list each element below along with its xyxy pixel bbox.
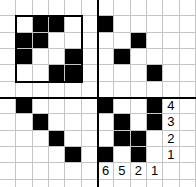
empty-cell-r8c1[interactable]	[16, 131, 32, 147]
empty-cell-r6c0[interactable]	[0, 98, 16, 114]
empty-cell-r8c4[interactable]	[65, 131, 81, 147]
empty-cell-r11c2[interactable]	[33, 180, 49, 187]
empty-cell-r7c11[interactable]	[180, 114, 196, 130]
empty-cell-r2c6[interactable]	[98, 33, 114, 49]
filled-cell-r9c6[interactable]	[98, 147, 114, 163]
empty-cell-r5c2[interactable]	[33, 82, 49, 98]
filled-cell-r1c3[interactable]	[49, 16, 65, 32]
empty-cell-r6c7[interactable]	[114, 98, 130, 114]
empty-cell-r9c2[interactable]	[33, 147, 49, 163]
empty-cell-r3c8[interactable]	[131, 49, 147, 65]
clue-digit-r7c10: 3	[163, 114, 179, 130]
empty-cell-r0c7[interactable]	[114, 0, 130, 16]
empty-cell-r10c11[interactable]	[180, 163, 196, 179]
empty-cell-r11c7[interactable]	[114, 180, 130, 187]
empty-cell-r11c11[interactable]	[180, 180, 196, 187]
empty-cell-r7c8[interactable]	[131, 114, 147, 130]
empty-cell-r3c10[interactable]	[163, 49, 179, 65]
empty-cell-r0c9[interactable]	[147, 0, 163, 16]
empty-cell-r0c11[interactable]	[180, 0, 196, 16]
empty-cell-r0c6[interactable]	[98, 0, 114, 16]
empty-cell-r0c5[interactable]	[82, 0, 98, 16]
filled-cell-r3c7[interactable]	[114, 49, 130, 65]
empty-cell-r8c0[interactable]	[0, 131, 16, 147]
empty-cell-r0c10[interactable]	[163, 0, 179, 16]
empty-cell-r10c5[interactable]	[82, 163, 98, 179]
empty-cell-r0c1[interactable]	[16, 0, 32, 16]
empty-cell-r7c0[interactable]	[0, 114, 16, 130]
board: 43216521	[0, 0, 196, 187]
empty-cell-r0c2[interactable]	[33, 0, 49, 16]
empty-cell-r4c10[interactable]	[163, 65, 179, 81]
empty-cell-r11c5[interactable]	[82, 180, 98, 187]
empty-cell-r2c5[interactable]	[82, 33, 98, 49]
empty-cell-r2c10[interactable]	[163, 33, 179, 49]
clue-digit-r9c10: 1	[163, 147, 179, 163]
filled-cell-r2c8[interactable]	[131, 33, 147, 49]
empty-cell-r3c6[interactable]	[98, 49, 114, 65]
empty-cell-r4c7[interactable]	[114, 65, 130, 81]
empty-cell-r6c11[interactable]	[180, 98, 196, 114]
empty-cell-r5c5[interactable]	[82, 82, 98, 98]
empty-cell-r5c0[interactable]	[0, 82, 16, 98]
empty-cell-r5c8[interactable]	[131, 82, 147, 98]
empty-cell-r10c2[interactable]	[33, 163, 49, 179]
clue-digit-r10c8: 2	[131, 163, 147, 179]
empty-cell-r2c0[interactable]	[0, 33, 16, 49]
filled-cell-r1c6[interactable]	[98, 16, 114, 32]
filled-cell-r8c8[interactable]	[131, 131, 147, 147]
empty-cell-r5c11[interactable]	[180, 82, 196, 98]
clue-digit-r10c9: 1	[147, 163, 163, 179]
clue-digit-r6c10: 4	[163, 98, 179, 114]
empty-cell-r10c10[interactable]	[163, 163, 179, 179]
empty-cell-r4c6[interactable]	[98, 65, 114, 81]
empty-cell-r8c9[interactable]	[147, 131, 163, 147]
empty-cell-r1c9[interactable]	[147, 16, 163, 32]
empty-cell-r9c3[interactable]	[49, 147, 65, 163]
empty-cell-r5c10[interactable]	[163, 82, 179, 98]
puzzle-stage: 43216521	[0, 0, 196, 187]
empty-cell-r2c3[interactable]	[49, 33, 65, 49]
empty-cell-r3c0[interactable]	[0, 49, 16, 65]
empty-cell-r4c8[interactable]	[131, 65, 147, 81]
empty-cell-r11c1[interactable]	[16, 180, 32, 187]
empty-cell-r2c4[interactable]	[65, 33, 81, 49]
empty-cell-r6c3[interactable]	[49, 98, 65, 114]
filled-cell-r9c4[interactable]	[65, 147, 81, 163]
filled-cell-r2c1[interactable]	[16, 33, 32, 49]
empty-cell-r9c7[interactable]	[114, 147, 130, 163]
empty-cell-r9c5[interactable]	[82, 147, 98, 163]
empty-cell-r6c4[interactable]	[65, 98, 81, 114]
empty-cell-r3c2[interactable]	[33, 49, 49, 65]
empty-cell-r1c8[interactable]	[131, 16, 147, 32]
empty-cell-r11c6[interactable]	[98, 180, 114, 187]
empty-cell-r3c9[interactable]	[147, 49, 163, 65]
clue-digit-r10c6: 6	[98, 163, 114, 179]
empty-cell-r5c1[interactable]	[16, 82, 32, 98]
empty-cell-r7c1[interactable]	[16, 114, 32, 130]
empty-cell-r5c7[interactable]	[114, 82, 130, 98]
empty-cell-r5c6[interactable]	[98, 82, 114, 98]
empty-cell-r5c4[interactable]	[65, 82, 81, 98]
filled-cell-r4c3[interactable]	[49, 65, 65, 81]
empty-cell-r11c3[interactable]	[49, 180, 65, 187]
empty-cell-r11c8[interactable]	[131, 180, 147, 187]
filled-cell-r9c8[interactable]	[131, 147, 147, 163]
filled-cell-r6c6[interactable]	[98, 98, 114, 114]
empty-cell-r0c4[interactable]	[65, 0, 81, 16]
clue-digit-r10c7: 5	[114, 163, 130, 179]
empty-cell-r4c0[interactable]	[0, 65, 16, 81]
empty-cell-r3c11[interactable]	[180, 49, 196, 65]
empty-cell-r10c4[interactable]	[65, 163, 81, 179]
empty-cell-r0c8[interactable]	[131, 0, 147, 16]
empty-cell-r7c3[interactable]	[49, 114, 65, 130]
filled-cell-r3c4[interactable]	[65, 49, 81, 65]
empty-cell-r11c10[interactable]	[163, 180, 179, 187]
empty-cell-r11c4[interactable]	[65, 180, 81, 187]
empty-cell-r1c0[interactable]	[0, 16, 16, 32]
empty-cell-r4c1[interactable]	[16, 65, 32, 81]
empty-cell-r1c1[interactable]	[16, 16, 32, 32]
empty-cell-r5c3[interactable]	[49, 82, 65, 98]
empty-cell-r9c0[interactable]	[0, 147, 16, 163]
empty-cell-r10c0[interactable]	[0, 163, 16, 179]
empty-cell-r10c3[interactable]	[49, 163, 65, 179]
empty-cell-r4c11[interactable]	[180, 65, 196, 81]
empty-cell-r1c5[interactable]	[82, 16, 98, 32]
filled-cell-r3c1[interactable]	[16, 49, 32, 65]
empty-cell-r2c7[interactable]	[114, 33, 130, 49]
empty-cell-r6c5[interactable]	[82, 98, 98, 114]
empty-cell-r4c5[interactable]	[82, 65, 98, 81]
empty-cell-r9c1[interactable]	[16, 147, 32, 163]
clue-digit-r8c10: 2	[163, 131, 179, 147]
filled-cell-r4c4[interactable]	[65, 65, 81, 81]
empty-cell-r3c5[interactable]	[82, 49, 98, 65]
empty-cell-r9c11[interactable]	[180, 147, 196, 163]
filled-cell-r7c7[interactable]	[114, 114, 130, 130]
filled-cell-r4c9[interactable]	[147, 65, 163, 81]
empty-cell-r9c9[interactable]	[147, 147, 163, 163]
empty-cell-r7c4[interactable]	[65, 114, 81, 130]
empty-cell-r2c9[interactable]	[147, 33, 163, 49]
filled-cell-r7c9[interactable]	[147, 114, 163, 130]
empty-cell-r7c5[interactable]	[82, 114, 98, 130]
filled-cell-r8c7[interactable]	[114, 131, 130, 147]
empty-cell-r0c3[interactable]	[49, 0, 65, 16]
empty-cell-r4c2[interactable]	[33, 65, 49, 81]
filled-cell-r8c3[interactable]	[49, 131, 65, 147]
empty-cell-r11c9[interactable]	[147, 180, 163, 187]
filled-cell-r6c9[interactable]	[147, 98, 163, 114]
filled-cell-r2c2[interactable]	[33, 33, 49, 49]
empty-cell-r7c6[interactable]	[98, 114, 114, 130]
empty-cell-r8c5[interactable]	[82, 131, 98, 147]
empty-cell-r10c1[interactable]	[16, 163, 32, 179]
filled-cell-r1c2[interactable]	[33, 16, 49, 32]
empty-cell-r1c4[interactable]	[65, 16, 81, 32]
empty-cell-r1c10[interactable]	[163, 16, 179, 32]
empty-cell-r2c11[interactable]	[180, 33, 196, 49]
empty-cell-r8c6[interactable]	[98, 131, 114, 147]
empty-cell-r6c8[interactable]	[131, 98, 147, 114]
empty-cell-r11c0[interactable]	[0, 180, 16, 187]
empty-cell-r1c7[interactable]	[114, 16, 130, 32]
filled-cell-r6c1[interactable]	[16, 98, 32, 114]
empty-cell-r3c3[interactable]	[49, 49, 65, 65]
empty-cell-r5c9[interactable]	[147, 82, 163, 98]
empty-cell-r8c11[interactable]	[180, 131, 196, 147]
empty-cell-r6c2[interactable]	[33, 98, 49, 114]
empty-cell-r8c2[interactable]	[33, 131, 49, 147]
filled-cell-r7c2[interactable]	[33, 114, 49, 130]
empty-cell-r0c0[interactable]	[0, 0, 16, 16]
empty-cell-r1c11[interactable]	[180, 16, 196, 32]
